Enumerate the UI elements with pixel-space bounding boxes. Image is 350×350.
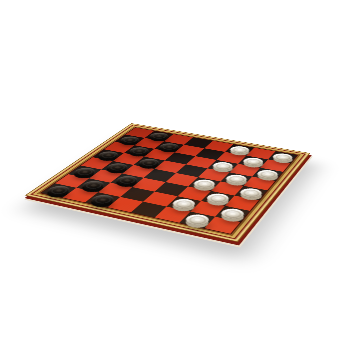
board-grid bbox=[41, 128, 297, 234]
checkers-board bbox=[25, 123, 310, 242]
photo-canvas bbox=[0, 0, 350, 350]
